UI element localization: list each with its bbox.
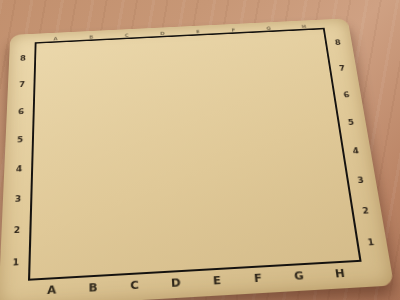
- rank-label-3: 3: [355, 165, 366, 195]
- rank-label-3: 3: [14, 183, 21, 214]
- file-label-a: A: [37, 35, 73, 42]
- rank-label-1: 1: [365, 226, 377, 259]
- file-label-a: A: [31, 282, 73, 298]
- rank-label-5: 5: [346, 108, 357, 136]
- photo-of-chess-board: { "game": "chess", "scene": { "descripti…: [0, 0, 400, 300]
- file-label-g: G: [278, 268, 320, 284]
- file-label-d: D: [144, 29, 180, 36]
- board-grid: [31, 30, 358, 277]
- file-label-f: F: [237, 270, 279, 286]
- file-label-h: H: [318, 265, 361, 280]
- rank-label-7: 7: [19, 71, 26, 98]
- rank-label-6: 6: [18, 97, 25, 125]
- chess-board: 87654321 87654321 ABCDEFGH ABCDEFGH: [0, 18, 394, 300]
- file-label-c: C: [114, 277, 156, 293]
- rank-label-2: 2: [360, 195, 371, 226]
- rank-label-8: 8: [20, 45, 27, 71]
- file-label-c: C: [109, 31, 145, 38]
- file-label-d: D: [155, 275, 197, 291]
- file-label-g: G: [251, 24, 287, 31]
- playing-area: [31, 30, 358, 277]
- file-label-f: F: [215, 26, 251, 33]
- file-label-h: H: [286, 22, 322, 29]
- rank-label-7: 7: [337, 55, 347, 81]
- rank-label-4: 4: [350, 136, 361, 165]
- file-label-b: B: [72, 279, 114, 295]
- rank-label-8: 8: [333, 29, 343, 55]
- file-label-e: E: [180, 28, 216, 35]
- rank-label-6: 6: [341, 81, 351, 108]
- board-scene: 87654321 87654321 ABCDEFGH ABCDEFGH: [0, 18, 394, 300]
- rank-label-2: 2: [13, 214, 21, 246]
- rank-label-5: 5: [17, 125, 24, 154]
- rank-label-4: 4: [16, 153, 23, 183]
- file-label-b: B: [73, 33, 109, 40]
- file-label-e: E: [196, 272, 238, 288]
- rank-label-1: 1: [12, 245, 20, 278]
